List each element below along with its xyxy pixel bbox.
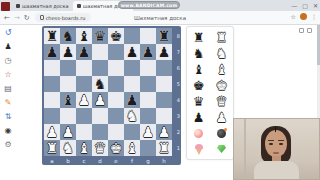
square-h3[interactable] <box>156 108 172 124</box>
file-label-f: f <box>124 158 140 164</box>
square-c2[interactable] <box>76 124 92 140</box>
white-rook[interactable]: ♜ <box>158 140 171 156</box>
square-e6[interactable] <box>108 60 124 76</box>
black-pawn[interactable]: ♟ <box>78 44 91 60</box>
rank-label-1: 1 <box>177 140 180 156</box>
file-label-e: e <box>108 158 124 164</box>
square-d5[interactable]: ♞ <box>92 76 108 92</box>
square-d8[interactable]: ♛ <box>92 28 108 44</box>
white-knight[interactable]: ♞ <box>126 108 139 124</box>
icecream-icon[interactable] <box>187 141 210 157</box>
square-b6[interactable] <box>60 60 76 76</box>
square-g4[interactable] <box>140 92 156 108</box>
url-text: chess-boards.ru <box>46 15 86 21</box>
square-d7[interactable] <box>92 44 108 60</box>
square-b5[interactable] <box>60 76 76 92</box>
square-b7[interactable]: ♟ <box>60 44 76 60</box>
bandicam-watermark: www.BANDICAM.com <box>118 1 180 9</box>
black-pawn[interactable]: ♟ <box>158 44 171 60</box>
square-g5[interactable] <box>140 76 156 92</box>
square-h2[interactable]: ♟ <box>156 124 172 140</box>
square-f1[interactable]: ♝ <box>124 140 140 156</box>
spare-black-knight[interactable]: ♞ <box>193 46 205 61</box>
square-a6[interactable] <box>44 60 60 76</box>
square-d2[interactable] <box>92 124 108 140</box>
file-label-d: d <box>92 158 108 164</box>
white-bishop[interactable]: ♝ <box>126 140 139 156</box>
rank-label-3: 3 <box>177 108 180 124</box>
square-e4[interactable] <box>108 92 124 108</box>
hair-part <box>275 126 276 132</box>
file-label-h: h <box>156 158 172 164</box>
spare-black-rook[interactable]: ♜ <box>187 29 210 45</box>
spare-white-king[interactable]: ♚ <box>210 77 233 93</box>
browser-tabstrip: шахматная доска шахматная доска + www.BA… <box>0 0 320 11</box>
square-f4[interactable]: ♟ <box>124 92 140 108</box>
minimize-button[interactable]: — <box>291 1 297 10</box>
black-rook[interactable]: ♜ <box>46 28 59 44</box>
square-h6[interactable] <box>156 60 172 76</box>
settings-tool[interactable]: ⚙ <box>3 140 14 150</box>
spare-black-rook[interactable]: ♜ <box>193 30 205 45</box>
square-h4[interactable] <box>156 92 172 108</box>
maximize-button[interactable]: ▢ <box>302 1 308 10</box>
file-labels: abcdefgh <box>44 158 172 164</box>
white-pawn[interactable]: ♟ <box>62 124 75 140</box>
white-queen[interactable]: ♛ <box>94 140 107 156</box>
wall-edge <box>244 119 246 180</box>
white-pawn[interactable]: ♟ <box>78 92 91 108</box>
square-f5[interactable] <box>124 76 140 92</box>
black-pawn[interactable]: ♟ <box>46 44 59 60</box>
spare-black-pawn[interactable]: ♟ <box>193 110 205 125</box>
pieces-tool[interactable]: ♟ <box>3 42 14 52</box>
webcam-overlay <box>233 118 320 180</box>
gem-icon <box>217 145 226 153</box>
white-pawn[interactable]: ♟ <box>94 92 107 108</box>
square-c5[interactable] <box>76 76 92 92</box>
person-eye <box>269 143 273 145</box>
file-label-c: c <box>76 158 92 164</box>
spare-white-knight[interactable]: ♞ <box>210 45 233 61</box>
spare-black-bishop[interactable]: ♝ <box>187 61 210 77</box>
white-pawn[interactable]: ♟ <box>158 124 171 140</box>
tab-favicon <box>77 4 81 8</box>
black-queen[interactable]: ♛ <box>94 28 107 44</box>
rank-label-8: 8 <box>177 28 180 44</box>
bomb-icon[interactable] <box>210 125 233 141</box>
tab-1[interactable]: шахматная доска <box>12 1 73 11</box>
square-h5[interactable] <box>156 76 172 92</box>
square-f3[interactable]: ♞ <box>124 108 140 124</box>
square-c7[interactable]: ♟ <box>76 44 92 60</box>
tool-sidebar: ↺♟◷☆▤✎⇅◉⚙ <box>0 28 16 150</box>
rank-label-2: 2 <box>177 124 180 140</box>
square-a4[interactable] <box>44 92 60 108</box>
square-h8[interactable]: ♜ <box>156 28 172 44</box>
square-f7[interactable]: ♟ <box>124 44 140 60</box>
square-a1[interactable]: ♜ <box>44 140 60 156</box>
square-d4[interactable]: ♟ <box>92 92 108 108</box>
black-knight[interactable]: ♞ <box>62 28 75 44</box>
spare-white-queen[interactable]: ♛ <box>216 94 228 109</box>
spare-black-queen[interactable]: ♛ <box>193 94 205 109</box>
black-pawn[interactable]: ♟ <box>62 44 75 60</box>
spare-pieces-panel: ♜♜♞♞♝♝♚♚♛♛♟♟ <box>186 26 234 160</box>
square-f6[interactable] <box>124 60 140 76</box>
square-c8[interactable]: ♝ <box>76 28 92 44</box>
white-knight[interactable]: ♞ <box>62 140 75 156</box>
square-g2[interactable]: ♟ <box>140 124 156 140</box>
square-c4[interactable]: ♟ <box>76 92 92 108</box>
person-mouth <box>273 152 279 154</box>
spare-white-bishop[interactable]: ♝ <box>216 62 228 77</box>
square-g8[interactable] <box>140 28 156 44</box>
spare-black-king[interactable]: ♚ <box>187 77 210 93</box>
square-e2[interactable] <box>108 124 124 140</box>
spare-white-king[interactable]: ♚ <box>216 78 228 93</box>
black-pawn[interactable]: ♟ <box>126 92 139 108</box>
spare-pieces-grid: ♜♜♞♞♝♝♚♚♛♛♟♟ <box>187 29 233 157</box>
white-bishop[interactable]: ♝ <box>78 140 91 156</box>
flip-tool[interactable]: ⇅ <box>3 112 14 122</box>
square-e8[interactable]: ♚ <box>108 28 124 44</box>
square-g7[interactable]: ♟ <box>140 44 156 60</box>
candy-icon[interactable] <box>187 125 210 141</box>
file-label-a: a <box>44 158 60 164</box>
padlock-icon <box>40 15 44 20</box>
reload-button[interactable]: ↻ <box>24 14 30 22</box>
white-pawn[interactable]: ♟ <box>142 124 155 140</box>
black-pawn[interactable]: ♟ <box>142 44 155 60</box>
spare-white-pawn[interactable]: ♟ <box>216 110 228 125</box>
spare-white-queen[interactable]: ♛ <box>210 93 233 109</box>
square-a2[interactable]: ♟ <box>44 124 60 140</box>
black-bishop[interactable]: ♝ <box>62 92 75 108</box>
browser-menu-icon[interactable]: ⋮ <box>311 13 317 20</box>
square-d6[interactable] <box>92 60 108 76</box>
square-f8[interactable] <box>124 28 140 44</box>
square-b3[interactable] <box>60 108 76 124</box>
square-h7[interactable]: ♟ <box>156 44 172 60</box>
black-king[interactable]: ♚ <box>110 28 123 44</box>
square-b4[interactable]: ♝ <box>60 92 76 108</box>
spare-white-rook[interactable]: ♜ <box>216 30 228 45</box>
spare-white-knight[interactable]: ♞ <box>216 46 228 61</box>
forward-button[interactable]: → <box>14 14 20 22</box>
square-a8[interactable]: ♜ <box>44 28 60 44</box>
white-king[interactable]: ♚ <box>110 140 123 156</box>
black-knight[interactable]: ♞ <box>94 76 107 92</box>
icecream-icon <box>195 147 203 155</box>
square-d3[interactable] <box>92 108 108 124</box>
square-a3[interactable] <box>44 108 60 124</box>
browser-profile-badge <box>1 2 10 11</box>
square-h1[interactable]: ♜ <box>156 140 172 156</box>
square-c1[interactable]: ♝ <box>76 140 92 156</box>
white-rook[interactable]: ♜ <box>46 140 59 156</box>
square-g3[interactable] <box>140 108 156 124</box>
black-bishop[interactable]: ♝ <box>78 28 91 44</box>
tab-favicon <box>16 4 20 8</box>
person-shoulders <box>254 161 299 180</box>
rank-label-4: 4 <box>177 92 180 108</box>
spare-white-bishop[interactable]: ♝ <box>210 61 233 77</box>
spare-black-queen[interactable]: ♛ <box>187 93 210 109</box>
browser-avatar[interactable] <box>300 13 307 20</box>
square-c3[interactable] <box>76 108 92 124</box>
gem-icon[interactable] <box>210 141 233 157</box>
page-content: ↺♟◷☆▤✎⇅◉⚙ ♜♞♝♛♚♜♟♟♟♟♟♟♞♝♟♟♟♞♟♟♟♟♜♞♝♛♚♝♜ … <box>0 25 320 180</box>
square-e7[interactable] <box>108 44 124 60</box>
close-button[interactable]: ✕ <box>313 1 318 10</box>
spare-black-pawn[interactable]: ♟ <box>187 109 210 125</box>
back-button[interactable]: ← <box>4 14 10 22</box>
black-pawn[interactable]: ♟ <box>126 44 139 60</box>
star-tool[interactable]: ☆ <box>3 70 14 80</box>
clock-tool[interactable]: ◷ <box>3 56 14 66</box>
draw-tool[interactable]: ✎ <box>3 98 14 108</box>
square-b2[interactable]: ♟ <box>60 124 76 140</box>
square-e1[interactable]: ♚ <box>108 140 124 156</box>
browser-toolbar: ← → ↻ chess-boards.ru Шахматная доска <box>0 11 320 25</box>
grid-tool[interactable]: ▤ <box>3 84 14 94</box>
square-e3[interactable] <box>108 108 124 124</box>
screen: шахматная доска шахматная доска + www.BA… <box>0 0 320 180</box>
spare-black-knight[interactable]: ♞ <box>187 45 210 61</box>
square-g6[interactable] <box>140 60 156 76</box>
square-b8[interactable]: ♞ <box>60 28 76 44</box>
rank-labels: 87654321 <box>177 28 180 156</box>
rank-label-6: 6 <box>177 60 180 76</box>
expand-icon[interactable] <box>299 28 304 33</box>
bomb-icon <box>217 129 226 138</box>
spare-black-bishop[interactable]: ♝ <box>193 62 205 77</box>
board-container: ♜♞♝♛♚♜♟♟♟♟♟♟♞♝♟♟♟♞♟♟♟♟♜♞♝♛♚♝♜ abcdefgh 8… <box>42 26 181 165</box>
person-eye <box>279 143 283 145</box>
square-g1[interactable] <box>140 140 156 156</box>
undo-tool[interactable]: ↺ <box>3 28 14 38</box>
camera-tool[interactable]: ◉ <box>3 126 14 136</box>
tab-label: шахматная доска <box>22 3 69 9</box>
white-pawn[interactable]: ♟ <box>46 124 59 140</box>
spare-white-pawn[interactable]: ♟ <box>210 109 233 125</box>
rank-label-7: 7 <box>177 44 180 60</box>
square-e5[interactable] <box>108 76 124 92</box>
chess-board: ♜♞♝♛♚♜♟♟♟♟♟♟♞♝♟♟♟♞♟♟♟♟♜♞♝♛♚♝♜ <box>44 28 172 156</box>
black-rook[interactable]: ♜ <box>158 28 171 44</box>
square-a7[interactable]: ♟ <box>44 44 60 60</box>
spare-white-rook[interactable]: ♜ <box>210 29 233 45</box>
page-menu-icon[interactable] <box>307 28 312 33</box>
file-label-g: g <box>140 158 156 164</box>
square-b1[interactable]: ♞ <box>60 140 76 156</box>
rank-label-5: 5 <box>177 76 180 92</box>
square-a5[interactable] <box>44 76 60 92</box>
bookmark-star-icon[interactable]: ☆ <box>291 13 296 20</box>
address-bar[interactable]: chess-boards.ru <box>35 13 91 22</box>
file-label-b: b <box>60 158 76 164</box>
spare-black-king[interactable]: ♚ <box>193 78 205 93</box>
square-c6[interactable] <box>76 60 92 76</box>
square-f2[interactable] <box>124 124 140 140</box>
candy-icon <box>194 129 203 138</box>
square-d1[interactable]: ♛ <box>92 140 108 156</box>
